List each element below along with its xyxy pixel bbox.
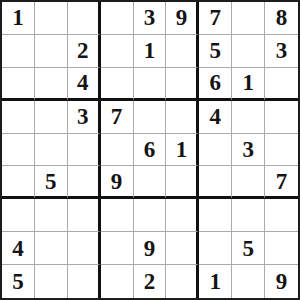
cell-r8c1: 4: [2, 232, 35, 265]
cell-r3c4[interactable]: [101, 68, 134, 101]
sudoku-board: 1397821534613746135974955219: [0, 0, 300, 300]
cell-r8c3[interactable]: [68, 232, 101, 265]
cell-r5c3[interactable]: [68, 134, 101, 167]
cell-r3c5[interactable]: [134, 68, 167, 101]
cell-r6c8[interactable]: [232, 166, 265, 199]
cell-r7c5[interactable]: [134, 199, 167, 232]
cell-r7c2[interactable]: [35, 199, 68, 232]
cell-r2c6[interactable]: [166, 35, 199, 68]
cell-r5c8: 3: [232, 134, 265, 167]
cell-r4c8[interactable]: [232, 101, 265, 134]
cell-r7c1[interactable]: [2, 199, 35, 232]
cell-r3c9[interactable]: [265, 68, 298, 101]
cell-r7c3[interactable]: [68, 199, 101, 232]
cell-r3c7: 6: [199, 68, 232, 101]
cell-r6c1[interactable]: [2, 166, 35, 199]
cell-r5c5: 6: [134, 134, 167, 167]
cell-r3c2[interactable]: [35, 68, 68, 101]
cell-r2c3: 2: [68, 35, 101, 68]
cell-r5c4[interactable]: [101, 134, 134, 167]
cell-r6c9: 7: [265, 166, 298, 199]
cell-r8c7[interactable]: [199, 232, 232, 265]
cell-r9c3[interactable]: [68, 265, 101, 298]
cell-r2c1[interactable]: [2, 35, 35, 68]
cell-r1c9: 8: [265, 2, 298, 35]
cell-r9c7: 1: [199, 265, 232, 298]
cell-r2c2[interactable]: [35, 35, 68, 68]
cell-r5c6: 1: [166, 134, 199, 167]
cell-r1c5: 3: [134, 2, 167, 35]
cell-r4c6[interactable]: [166, 101, 199, 134]
cell-r4c5[interactable]: [134, 101, 167, 134]
cell-r9c5: 2: [134, 265, 167, 298]
cell-r9c8[interactable]: [232, 265, 265, 298]
cell-r7c7[interactable]: [199, 199, 232, 232]
cell-r1c7: 7: [199, 2, 232, 35]
cell-r6c5[interactable]: [134, 166, 167, 199]
cell-r1c6: 9: [166, 2, 199, 35]
cell-r4c2[interactable]: [35, 101, 68, 134]
cell-r4c9[interactable]: [265, 101, 298, 134]
cell-r4c3: 3: [68, 101, 101, 134]
cell-r8c9[interactable]: [265, 232, 298, 265]
cell-r8c2[interactable]: [35, 232, 68, 265]
cell-r8c8: 5: [232, 232, 265, 265]
cell-r8c6[interactable]: [166, 232, 199, 265]
cell-r6c3[interactable]: [68, 166, 101, 199]
cell-r6c4: 9: [101, 166, 134, 199]
cell-r4c7: 4: [199, 101, 232, 134]
cell-r1c4[interactable]: [101, 2, 134, 35]
cell-r7c9[interactable]: [265, 199, 298, 232]
cell-r2c9: 3: [265, 35, 298, 68]
cell-r1c1: 1: [2, 2, 35, 35]
cell-r9c6[interactable]: [166, 265, 199, 298]
cell-r5c2[interactable]: [35, 134, 68, 167]
cell-r2c7: 5: [199, 35, 232, 68]
cell-r6c2: 5: [35, 166, 68, 199]
cell-r9c9: 9: [265, 265, 298, 298]
cell-r3c3: 4: [68, 68, 101, 101]
cell-r8c5: 9: [134, 232, 167, 265]
cell-r2c4[interactable]: [101, 35, 134, 68]
cell-r6c7[interactable]: [199, 166, 232, 199]
cell-r1c3[interactable]: [68, 2, 101, 35]
cell-r7c4[interactable]: [101, 199, 134, 232]
cell-r5c7[interactable]: [199, 134, 232, 167]
cell-r8c4[interactable]: [101, 232, 134, 265]
cell-r9c4[interactable]: [101, 265, 134, 298]
cell-r3c1[interactable]: [2, 68, 35, 101]
cell-r1c8[interactable]: [232, 2, 265, 35]
cell-r6c6[interactable]: [166, 166, 199, 199]
cell-r1c2[interactable]: [35, 2, 68, 35]
cell-r2c8[interactable]: [232, 35, 265, 68]
cell-r4c4: 7: [101, 101, 134, 134]
cell-r9c1: 5: [2, 265, 35, 298]
cell-r9c2[interactable]: [35, 265, 68, 298]
cell-r7c8[interactable]: [232, 199, 265, 232]
cell-r3c8: 1: [232, 68, 265, 101]
cell-r3c6[interactable]: [166, 68, 199, 101]
cell-r4c1[interactable]: [2, 101, 35, 134]
cell-r7c6[interactable]: [166, 199, 199, 232]
cell-r5c1[interactable]: [2, 134, 35, 167]
cell-r2c5: 1: [134, 35, 167, 68]
cell-r5c9[interactable]: [265, 134, 298, 167]
